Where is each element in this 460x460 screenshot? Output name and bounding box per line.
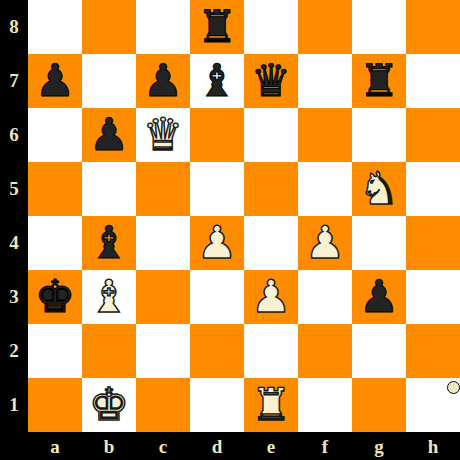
side-to-move-indicator <box>447 381 460 394</box>
rank-label-5: 5 <box>0 162 28 216</box>
square-e7[interactable]: ♛ <box>244 54 298 108</box>
square-b5[interactable] <box>82 162 136 216</box>
piece-black-queen-e7[interactable]: ♛ <box>251 58 291 103</box>
square-b3[interactable]: ♝ <box>82 270 136 324</box>
square-d6[interactable] <box>190 108 244 162</box>
square-g5[interactable]: ♞ <box>352 162 406 216</box>
piece-white-queen-c6[interactable]: ♛ <box>143 112 183 157</box>
rank-label-2: 2 <box>0 324 28 378</box>
square-e3[interactable]: ♟ <box>244 270 298 324</box>
square-a6[interactable] <box>28 108 82 162</box>
square-g7[interactable]: ♜ <box>352 54 406 108</box>
piece-black-rook-d8[interactable]: ♜ <box>197 4 237 49</box>
file-label-h: h <box>406 432 460 460</box>
square-c6[interactable]: ♛ <box>136 108 190 162</box>
square-e6[interactable] <box>244 108 298 162</box>
square-a4[interactable] <box>28 216 82 270</box>
rank-label-6: 6 <box>0 108 28 162</box>
square-d5[interactable] <box>190 162 244 216</box>
rank-label-4: 4 <box>0 216 28 270</box>
square-e5[interactable] <box>244 162 298 216</box>
square-h3[interactable] <box>406 270 460 324</box>
square-c2[interactable] <box>136 324 190 378</box>
piece-black-bishop-b4[interactable]: ♝ <box>89 220 129 265</box>
square-f8[interactable] <box>298 0 352 54</box>
square-a5[interactable] <box>28 162 82 216</box>
square-g8[interactable] <box>352 0 406 54</box>
square-g3[interactable]: ♟ <box>352 270 406 324</box>
rank-label-8: 8 <box>0 0 28 54</box>
square-h8[interactable] <box>406 0 460 54</box>
rank-labels: 87654321 <box>0 0 28 432</box>
square-d8[interactable]: ♜ <box>190 0 244 54</box>
square-b4[interactable]: ♝ <box>82 216 136 270</box>
square-f4[interactable]: ♟ <box>298 216 352 270</box>
square-d2[interactable] <box>190 324 244 378</box>
square-d1[interactable] <box>190 378 244 432</box>
square-a8[interactable] <box>28 0 82 54</box>
piece-black-pawn-a7[interactable]: ♟ <box>35 58 75 103</box>
file-label-e: e <box>244 432 298 460</box>
square-f3[interactable] <box>298 270 352 324</box>
piece-white-knight-g5[interactable]: ♞ <box>359 166 399 211</box>
piece-black-rook-g7[interactable]: ♜ <box>359 58 399 103</box>
file-label-f: f <box>298 432 352 460</box>
file-label-d: d <box>190 432 244 460</box>
piece-black-king-a3[interactable]: ♚ <box>35 274 75 319</box>
square-h4[interactable] <box>406 216 460 270</box>
square-a3[interactable]: ♚ <box>28 270 82 324</box>
rank-label-1: 1 <box>0 378 28 432</box>
square-f2[interactable] <box>298 324 352 378</box>
piece-black-pawn-b6[interactable]: ♟ <box>89 112 129 157</box>
square-h6[interactable] <box>406 108 460 162</box>
piece-white-bishop-b3[interactable]: ♝ <box>89 274 129 319</box>
square-d3[interactable] <box>190 270 244 324</box>
square-c8[interactable] <box>136 0 190 54</box>
piece-white-pawn-d4[interactable]: ♟ <box>197 220 237 265</box>
square-c7[interactable]: ♟ <box>136 54 190 108</box>
rank-label-7: 7 <box>0 54 28 108</box>
square-c3[interactable] <box>136 270 190 324</box>
piece-white-king-b1[interactable]: ♚ <box>89 382 129 427</box>
square-a2[interactable] <box>28 324 82 378</box>
piece-black-pawn-g3[interactable]: ♟ <box>359 274 399 319</box>
file-labels: abcdefgh <box>28 432 460 460</box>
square-d4[interactable]: ♟ <box>190 216 244 270</box>
square-h2[interactable] <box>406 324 460 378</box>
chess-board: ♜♟♟♝♛♜♟♛♞♝♟♟♚♝♟♟♚♜ <box>28 0 460 432</box>
square-f1[interactable] <box>298 378 352 432</box>
square-e2[interactable] <box>244 324 298 378</box>
piece-white-pawn-e3[interactable]: ♟ <box>251 274 291 319</box>
rank-label-3: 3 <box>0 270 28 324</box>
square-e8[interactable] <box>244 0 298 54</box>
square-b6[interactable]: ♟ <box>82 108 136 162</box>
piece-black-bishop-d7[interactable]: ♝ <box>197 58 237 103</box>
square-b1[interactable]: ♚ <box>82 378 136 432</box>
square-b2[interactable] <box>82 324 136 378</box>
piece-white-pawn-f4[interactable]: ♟ <box>305 220 345 265</box>
file-label-c: c <box>136 432 190 460</box>
file-label-a: a <box>28 432 82 460</box>
square-g2[interactable] <box>352 324 406 378</box>
square-c5[interactable] <box>136 162 190 216</box>
square-g6[interactable] <box>352 108 406 162</box>
piece-white-rook-e1[interactable]: ♜ <box>251 382 291 427</box>
square-b7[interactable] <box>82 54 136 108</box>
square-b8[interactable] <box>82 0 136 54</box>
file-label-b: b <box>82 432 136 460</box>
square-f6[interactable] <box>298 108 352 162</box>
square-f7[interactable] <box>298 54 352 108</box>
square-c4[interactable] <box>136 216 190 270</box>
file-label-g: g <box>352 432 406 460</box>
piece-black-pawn-c7[interactable]: ♟ <box>143 58 183 103</box>
square-f5[interactable] <box>298 162 352 216</box>
square-a1[interactable] <box>28 378 82 432</box>
square-g1[interactable] <box>352 378 406 432</box>
square-g4[interactable] <box>352 216 406 270</box>
square-d7[interactable]: ♝ <box>190 54 244 108</box>
chess-puzzle-diagram: 87654321 ♜♟♟♝♛♜♟♛♞♝♟♟♚♝♟♟♚♜ abcdefgh <box>0 0 460 460</box>
square-c1[interactable] <box>136 378 190 432</box>
square-h7[interactable] <box>406 54 460 108</box>
square-a7[interactable]: ♟ <box>28 54 82 108</box>
square-e4[interactable] <box>244 216 298 270</box>
square-h5[interactable] <box>406 162 460 216</box>
square-e1[interactable]: ♜ <box>244 378 298 432</box>
